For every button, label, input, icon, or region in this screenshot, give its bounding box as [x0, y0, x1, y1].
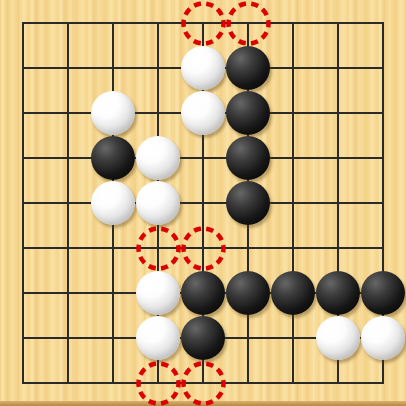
- black-stone: [91, 136, 135, 180]
- white-stone: [91, 91, 135, 135]
- intersection-J4[interactable]: [361, 226, 406, 271]
- red-dashed-marker: [226, 1, 271, 46]
- intersection-G4[interactable]: [271, 226, 316, 271]
- black-stone: [361, 271, 405, 315]
- intersection-D3[interactable]: [136, 271, 181, 316]
- white-stone: [361, 316, 405, 360]
- red-dashed-marker: [136, 361, 181, 406]
- intersection-D5[interactable]: [136, 181, 181, 226]
- red-dashed-marker: [181, 226, 226, 271]
- intersection-H8[interactable]: [316, 46, 361, 91]
- intersection-A8[interactable]: [1, 46, 46, 91]
- black-stone: [226, 46, 270, 90]
- intersection-E7[interactable]: [181, 91, 226, 136]
- intersection-D1[interactable]: [136, 361, 181, 406]
- intersection-A1[interactable]: [1, 361, 46, 406]
- intersection-A4[interactable]: [1, 226, 46, 271]
- intersection-E9[interactable]: [181, 1, 226, 46]
- intersection-J5[interactable]: [361, 181, 406, 226]
- intersection-B4[interactable]: [46, 226, 91, 271]
- white-stone: [316, 316, 360, 360]
- black-stone: [226, 136, 270, 180]
- white-stone: [136, 136, 180, 180]
- black-stone: [316, 271, 360, 315]
- red-dashed-marker: [136, 226, 181, 271]
- intersection-H7[interactable]: [316, 91, 361, 136]
- intersection-E6[interactable]: [181, 136, 226, 181]
- intersection-C5[interactable]: [91, 181, 136, 226]
- intersection-C4[interactable]: [91, 226, 136, 271]
- red-dashed-marker: [181, 361, 226, 406]
- white-stone: [91, 181, 135, 225]
- black-stone: [226, 271, 270, 315]
- intersection-J2[interactable]: [361, 316, 406, 361]
- intersection-C7[interactable]: [91, 91, 136, 136]
- intersection-D7[interactable]: [136, 91, 181, 136]
- intersection-B9[interactable]: [46, 1, 91, 46]
- intersection-G3[interactable]: [271, 271, 316, 316]
- white-stone: [136, 271, 180, 315]
- intersection-F4[interactable]: [226, 226, 271, 271]
- intersection-G6[interactable]: [271, 136, 316, 181]
- intersection-F7[interactable]: [226, 91, 271, 136]
- intersection-C9[interactable]: [91, 1, 136, 46]
- intersection-F2[interactable]: [226, 316, 271, 361]
- intersection-A9[interactable]: [1, 1, 46, 46]
- intersection-E5[interactable]: [181, 181, 226, 226]
- intersection-B7[interactable]: [46, 91, 91, 136]
- intersection-J9[interactable]: [361, 1, 406, 46]
- intersection-E4[interactable]: [181, 226, 226, 271]
- intersection-C3[interactable]: [91, 271, 136, 316]
- white-stone: [136, 316, 180, 360]
- intersection-B8[interactable]: [46, 46, 91, 91]
- intersection-D6[interactable]: [136, 136, 181, 181]
- intersection-A3[interactable]: [1, 271, 46, 316]
- intersection-H6[interactable]: [316, 136, 361, 181]
- white-stone: [181, 46, 225, 90]
- intersection-B5[interactable]: [46, 181, 91, 226]
- go-board: [0, 0, 406, 406]
- intersection-J3[interactable]: [361, 271, 406, 316]
- intersection-A7[interactable]: [1, 91, 46, 136]
- black-stone: [226, 91, 270, 135]
- black-stone: [181, 316, 225, 360]
- intersection-B6[interactable]: [46, 136, 91, 181]
- intersection-E3[interactable]: [181, 271, 226, 316]
- intersection-D8[interactable]: [136, 46, 181, 91]
- intersection-E8[interactable]: [181, 46, 226, 91]
- intersection-C2[interactable]: [91, 316, 136, 361]
- intersection-F6[interactable]: [226, 136, 271, 181]
- intersection-G2[interactable]: [271, 316, 316, 361]
- intersection-G7[interactable]: [271, 91, 316, 136]
- intersection-E2[interactable]: [181, 316, 226, 361]
- intersection-B1[interactable]: [46, 361, 91, 406]
- white-stone: [181, 91, 225, 135]
- intersection-C1[interactable]: [91, 361, 136, 406]
- intersection-J6[interactable]: [361, 136, 406, 181]
- intersection-J7[interactable]: [361, 91, 406, 136]
- white-stone: [136, 181, 180, 225]
- intersection-F3[interactable]: [226, 271, 271, 316]
- intersection-F5[interactable]: [226, 181, 271, 226]
- intersection-G5[interactable]: [271, 181, 316, 226]
- intersection-G1[interactable]: [271, 361, 316, 406]
- intersection-H3[interactable]: [316, 271, 361, 316]
- intersection-A2[interactable]: [1, 316, 46, 361]
- intersection-J1[interactable]: [361, 361, 406, 406]
- go-board-grid: [1, 1, 406, 406]
- intersection-G8[interactable]: [271, 46, 316, 91]
- intersection-B2[interactable]: [46, 316, 91, 361]
- intersection-F1[interactable]: [226, 361, 271, 406]
- intersection-F9[interactable]: [226, 1, 271, 46]
- red-dashed-marker: [181, 1, 226, 46]
- intersection-B3[interactable]: [46, 271, 91, 316]
- intersection-C6[interactable]: [91, 136, 136, 181]
- black-stone: [271, 271, 315, 315]
- intersection-G9[interactable]: [271, 1, 316, 46]
- intersection-H5[interactable]: [316, 181, 361, 226]
- intersection-H4[interactable]: [316, 226, 361, 271]
- intersection-C8[interactable]: [91, 46, 136, 91]
- intersection-H1[interactable]: [316, 361, 361, 406]
- intersection-F8[interactable]: [226, 46, 271, 91]
- intersection-H9[interactable]: [316, 1, 361, 46]
- intersection-D4[interactable]: [136, 226, 181, 271]
- intersection-D9[interactable]: [136, 1, 181, 46]
- intersection-E1[interactable]: [181, 361, 226, 406]
- intersection-J8[interactable]: [361, 46, 406, 91]
- intersection-A5[interactable]: [1, 181, 46, 226]
- intersection-H2[interactable]: [316, 316, 361, 361]
- intersection-D2[interactable]: [136, 316, 181, 361]
- black-stone: [181, 271, 225, 315]
- black-stone: [226, 181, 270, 225]
- intersection-A6[interactable]: [1, 136, 46, 181]
